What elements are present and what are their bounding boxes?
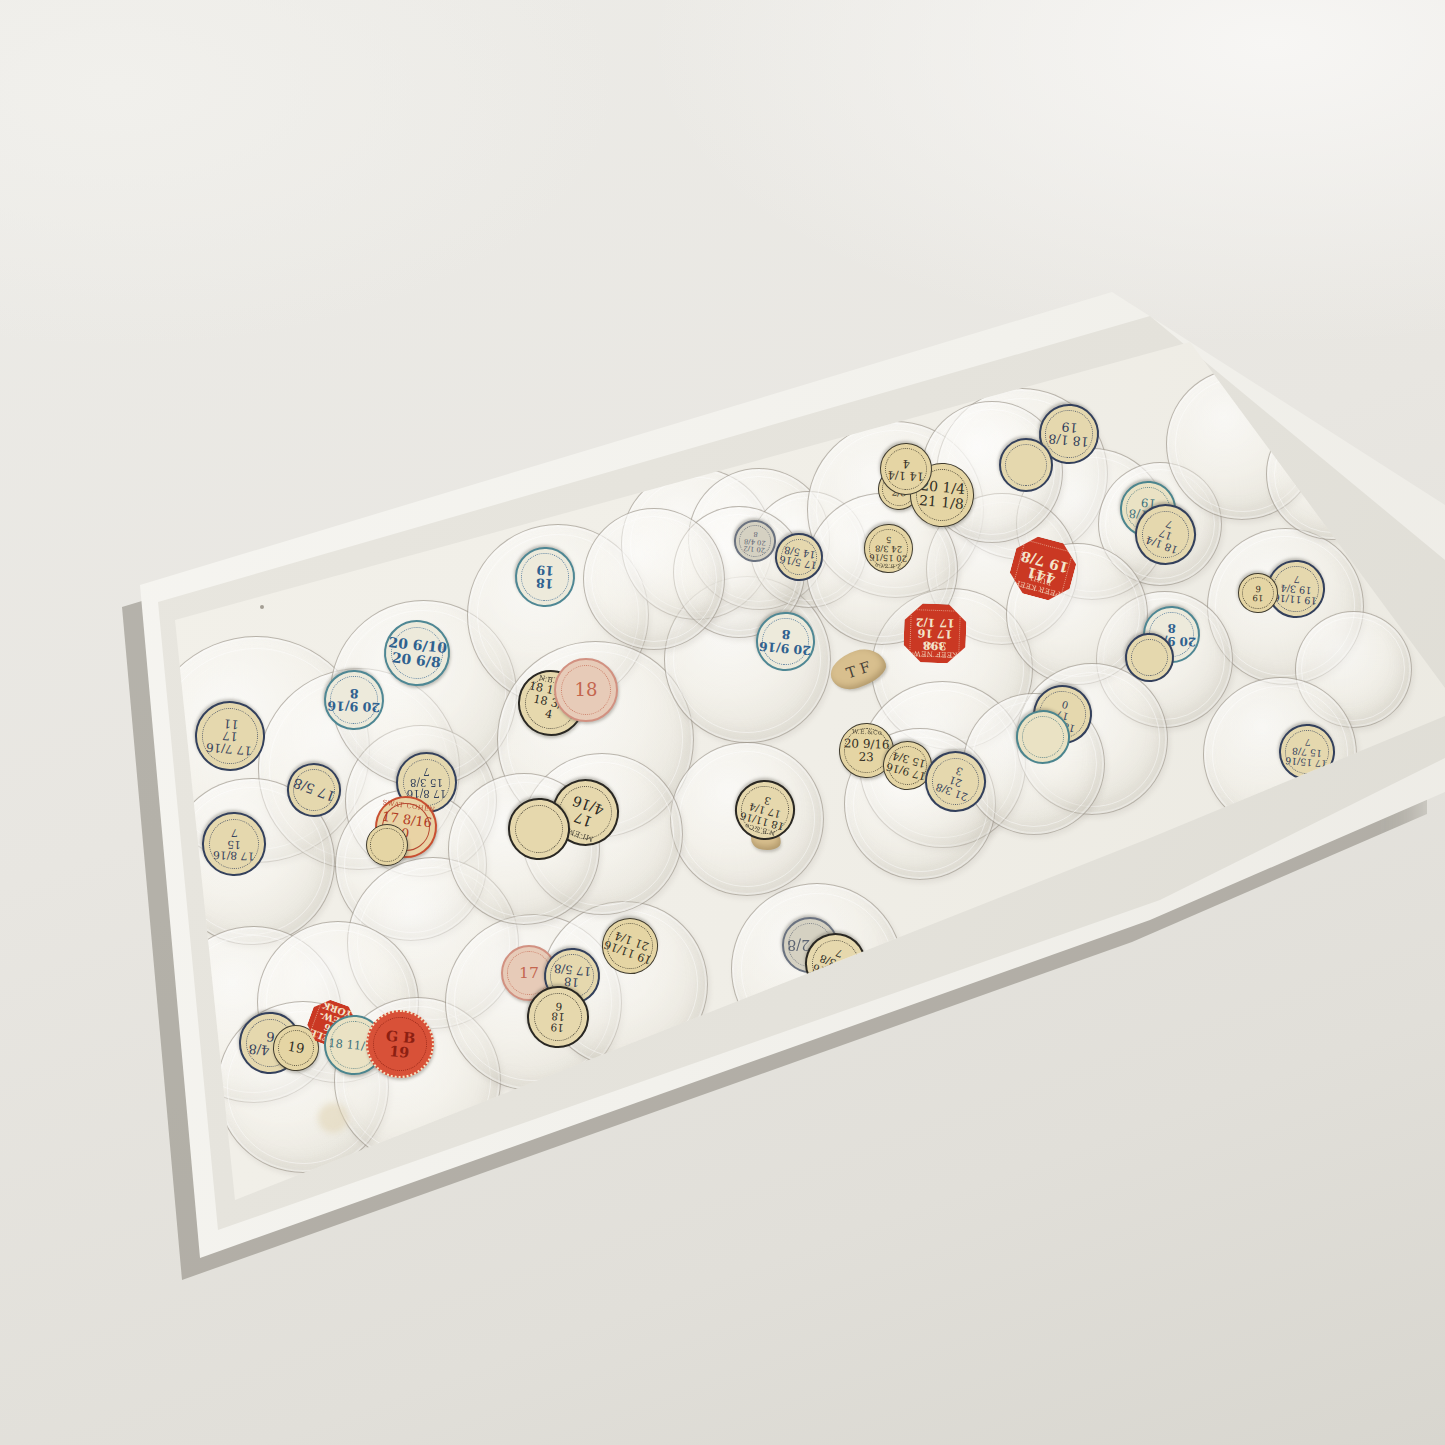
label-text: 18 1/819 — [1048, 419, 1090, 449]
label-line: 19 — [389, 1043, 410, 1060]
label-line: 17 1/2 — [916, 615, 956, 628]
label-line: 19 — [536, 563, 554, 577]
label-line: 19 — [550, 1022, 564, 1034]
label-line: 20 9/16 — [327, 699, 380, 714]
label-text: G B19 — [384, 1028, 416, 1061]
label-line: 3 — [954, 765, 964, 777]
label-line: 7 — [1164, 518, 1174, 530]
label-line: 19 — [1061, 420, 1078, 435]
label-line: 6 — [1255, 584, 1261, 593]
label-text: 1819 — [536, 563, 555, 590]
label-line: 8 — [1167, 621, 1176, 634]
label-text: 196 — [1252, 584, 1264, 602]
label-maker-name: W.E.&Co — [840, 726, 893, 735]
label-line: 23 — [858, 750, 874, 763]
label-line: 7 — [231, 827, 238, 839]
label-line: 7 — [1293, 574, 1300, 585]
label-line: 18 — [551, 1011, 565, 1023]
label-line: 11 — [223, 717, 239, 731]
label-text: 17 15/1615 7/87 — [1285, 735, 1329, 768]
crystal-size-label — [366, 824, 408, 866]
label-text: 19 11/1619 3/47 — [1273, 572, 1319, 606]
label-text: 20 9/168 — [758, 626, 812, 656]
label-text: 17 8/1615 3/87 — [406, 766, 446, 798]
label-line: 20 9/16 — [843, 737, 889, 751]
label-line: 6 — [555, 1000, 563, 1011]
label-line: 4 — [902, 457, 910, 469]
label-line: 7 — [1304, 737, 1311, 747]
label-line: 8 — [781, 628, 791, 642]
label-line: 0 — [1060, 698, 1069, 710]
photo-stage: T F17 7/16171120 9/16817 5/817 8/1615717… — [0, 0, 1445, 1445]
label-ring — [1129, 637, 1170, 678]
label-line: 7 — [834, 947, 844, 959]
label-ring — [370, 828, 404, 862]
label-line: 19 — [1252, 593, 1263, 602]
label-line: 4 — [544, 708, 553, 721]
label-line: 15 3/8 — [410, 777, 443, 788]
label-ring — [1005, 444, 1047, 486]
label-line: 7 — [423, 766, 430, 777]
label-text: 19 — [287, 1040, 306, 1057]
dust-speck — [260, 605, 264, 609]
label-text: 17 7/161711 — [206, 715, 255, 756]
label-text: 17 8/16157 — [213, 826, 256, 861]
label-text: 20 9/168 — [327, 686, 381, 714]
label-line: 15 — [227, 838, 241, 850]
label-line: 14 1/4 — [888, 468, 925, 481]
crystal-size-label: 18 — [554, 658, 618, 722]
watch-crystal — [583, 508, 725, 650]
label-line: 17 — [519, 965, 539, 981]
label-ring — [1019, 713, 1068, 762]
label-text: 19186 — [550, 1000, 566, 1034]
label-line: 17 8/16 — [213, 849, 255, 862]
label-text: 18 — [575, 681, 598, 700]
crystal-size-label — [999, 438, 1053, 492]
paper-scrap-text: T F — [844, 657, 872, 681]
label-ring — [513, 803, 566, 856]
label-text: 20 15/1624 3/85 — [869, 534, 908, 562]
label-maker-name: Z.B.&Co — [864, 561, 911, 569]
label-text: 20 1/220 4/88 — [743, 529, 767, 552]
label-text: 20 9/1623 — [843, 737, 889, 764]
label-line: 18 — [575, 681, 598, 700]
label-text: 20 6/1020 6/8 — [386, 635, 447, 670]
label-text: 14 1/44 — [888, 457, 925, 482]
label-line: 18 — [536, 577, 554, 591]
label-line: 8 — [350, 687, 359, 701]
label-line: 5 — [885, 535, 891, 544]
label-text: 17 — [519, 965, 539, 981]
crystal-size-label: 20 15/1624 3/85Z.B.&Co — [863, 523, 914, 574]
label-line: 8 — [753, 530, 758, 537]
photo-root: { "scene": { "description": "Overhead ph… — [0, 0, 1445, 1445]
dust-speck — [318, 1103, 348, 1133]
label-line: 3 — [763, 794, 772, 806]
label-line: 19 — [287, 1040, 306, 1057]
label-line: 17 5/8 — [553, 962, 591, 977]
